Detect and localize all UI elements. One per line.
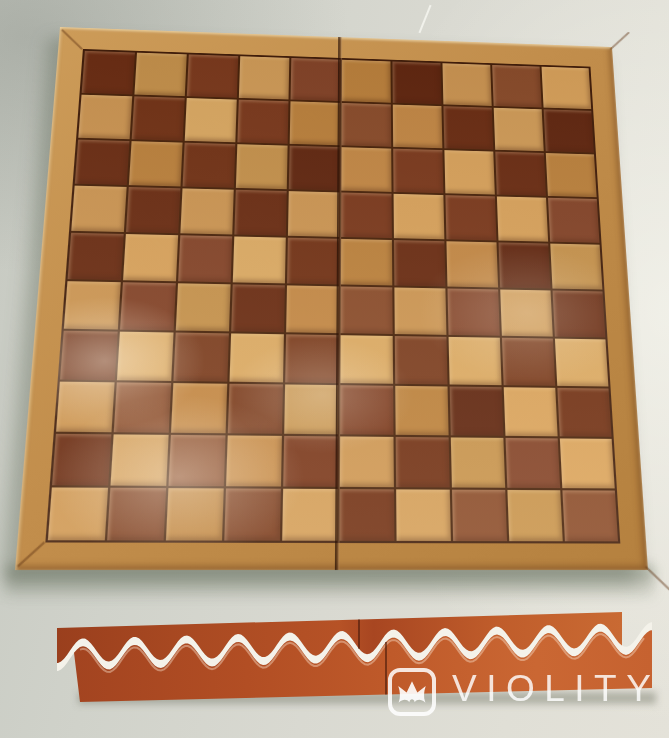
- board-square[interactable]: [48, 487, 108, 540]
- board-square[interactable]: [446, 241, 498, 287]
- board-square[interactable]: [287, 238, 339, 285]
- board-square[interactable]: [286, 285, 339, 333]
- latch-strip-lower: [74, 630, 652, 702]
- board-square[interactable]: [291, 58, 341, 101]
- board-square[interactable]: [60, 331, 118, 380]
- board-square[interactable]: [497, 196, 548, 241]
- board-square[interactable]: [394, 287, 446, 334]
- board-square[interactable]: [283, 436, 338, 487]
- frame-miter-joint: [61, 29, 83, 50]
- board-grid: [45, 49, 620, 544]
- board-square[interactable]: [504, 387, 558, 436]
- board-square[interactable]: [506, 438, 561, 488]
- board-square[interactable]: [234, 190, 286, 236]
- board-square[interactable]: [340, 489, 395, 541]
- board-square[interactable]: [341, 239, 392, 286]
- board-square[interactable]: [555, 339, 608, 387]
- board-square[interactable]: [107, 488, 166, 541]
- board-square[interactable]: [228, 384, 283, 434]
- board-square[interactable]: [185, 98, 237, 142]
- board-square[interactable]: [82, 51, 135, 95]
- board-square[interactable]: [171, 383, 227, 433]
- wall-scratch-mark: [418, 5, 431, 34]
- board-square[interactable]: [396, 437, 450, 488]
- board-square[interactable]: [544, 109, 594, 152]
- board-square[interactable]: [224, 488, 281, 540]
- board-square[interactable]: [71, 186, 126, 232]
- frame-miter-joint: [610, 32, 630, 50]
- board-square[interactable]: [233, 236, 286, 283]
- board-square[interactable]: [340, 335, 393, 384]
- board-square[interactable]: [132, 96, 185, 140]
- board-square[interactable]: [290, 101, 340, 145]
- draughts-board: [15, 27, 648, 570]
- board-square[interactable]: [443, 106, 493, 150]
- board-square[interactable]: [282, 489, 337, 541]
- board-square[interactable]: [341, 192, 392, 238]
- board-square[interactable]: [231, 284, 285, 332]
- board-square[interactable]: [452, 490, 507, 541]
- board-square[interactable]: [557, 388, 611, 437]
- board-square[interactable]: [129, 141, 183, 186]
- board-square[interactable]: [341, 147, 391, 192]
- board-square[interactable]: [178, 235, 232, 282]
- strip-gloss-highlight: [80, 634, 644, 672]
- board-square[interactable]: [75, 140, 130, 185]
- board-square[interactable]: [64, 281, 121, 329]
- board-square[interactable]: [168, 435, 225, 486]
- board-square[interactable]: [183, 143, 236, 188]
- strips-white-gap: [57, 622, 652, 671]
- frame-miter-joint: [17, 541, 45, 567]
- board-square[interactable]: [394, 240, 445, 286]
- board-square[interactable]: [288, 191, 339, 237]
- board-square[interactable]: [341, 286, 393, 334]
- board-square[interactable]: [445, 195, 496, 240]
- board-square[interactable]: [542, 67, 592, 109]
- board-square[interactable]: [285, 334, 338, 383]
- board-square[interactable]: [166, 488, 224, 540]
- board-square[interactable]: [56, 382, 115, 433]
- board-square[interactable]: [230, 333, 284, 382]
- board-square[interactable]: [392, 61, 441, 104]
- board-square[interactable]: [396, 489, 451, 541]
- crown-icon: [397, 680, 427, 704]
- board-square[interactable]: [342, 103, 392, 147]
- board-square[interactable]: [173, 333, 228, 382]
- board-square[interactable]: [444, 150, 494, 194]
- board-square[interactable]: [553, 291, 606, 338]
- board-square[interactable]: [236, 144, 288, 189]
- board-square[interactable]: [494, 108, 544, 151]
- board-square[interactable]: [176, 283, 231, 331]
- board-square[interactable]: [548, 198, 599, 243]
- board-square[interactable]: [502, 338, 555, 386]
- board-square[interactable]: [500, 289, 553, 336]
- board-square[interactable]: [187, 54, 238, 97]
- board-square[interactable]: [68, 233, 124, 280]
- board-square[interactable]: [123, 234, 178, 281]
- board-square[interactable]: [495, 152, 546, 196]
- board-square[interactable]: [449, 337, 502, 385]
- board-square[interactable]: [78, 95, 132, 140]
- board-square[interactable]: [546, 153, 597, 197]
- board-square[interactable]: [340, 436, 394, 487]
- board-square[interactable]: [110, 434, 168, 486]
- board-square[interactable]: [393, 105, 443, 149]
- board-square[interactable]: [550, 244, 602, 290]
- watermark-crown-box: [388, 668, 436, 716]
- board-square[interactable]: [114, 382, 171, 432]
- board-square[interactable]: [450, 387, 504, 436]
- board-square[interactable]: [180, 188, 233, 234]
- watermark-text: VIOLITY: [452, 670, 660, 707]
- photo-scene: VIOLITY: [0, 0, 669, 738]
- board-square[interactable]: [237, 100, 288, 144]
- board-cast-shadow: [6, 565, 654, 601]
- board-square[interactable]: [562, 490, 618, 541]
- board-square[interactable]: [395, 386, 448, 435]
- latch-strip-upper: [57, 612, 622, 663]
- board-square[interactable]: [442, 63, 491, 106]
- board-square[interactable]: [507, 490, 562, 541]
- board-square[interactable]: [239, 56, 289, 99]
- board-square[interactable]: [393, 149, 443, 194]
- board-square[interactable]: [134, 53, 186, 97]
- board-square[interactable]: [226, 435, 282, 486]
- board-square[interactable]: [342, 60, 391, 103]
- board-square[interactable]: [395, 336, 448, 384]
- board-square[interactable]: [284, 384, 338, 434]
- strips-shadow: [78, 692, 656, 704]
- board-square[interactable]: [560, 438, 615, 488]
- board-square[interactable]: [394, 194, 445, 239]
- board-square[interactable]: [492, 65, 541, 108]
- board-square[interactable]: [120, 282, 176, 330]
- board-square[interactable]: [451, 437, 505, 487]
- board-square[interactable]: [499, 242, 551, 288]
- board-square[interactable]: [340, 385, 393, 435]
- board-square[interactable]: [117, 332, 174, 381]
- board-square[interactable]: [289, 146, 340, 191]
- board-square[interactable]: [126, 187, 180, 233]
- board-square[interactable]: [52, 434, 111, 486]
- board-square[interactable]: [447, 288, 499, 335]
